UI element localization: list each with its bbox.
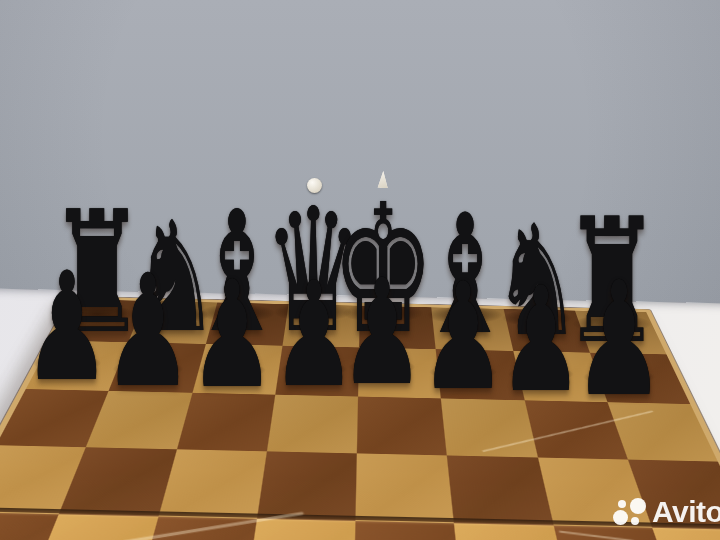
piece-black-pawn-g7: ♟ (499, 267, 584, 412)
piece-black-pawn-e7: ♟ (339, 259, 424, 405)
listing-photo: ♜♞♝♛♚♝♞♜♟♟♟♟♟♟♟♟ Avito (0, 0, 720, 540)
pieces-layer: ♜♞♝♛♚♝♞♜♟♟♟♟♟♟♟♟ (0, 0, 720, 540)
piece-black-pawn-b7: ♟ (103, 254, 193, 409)
piece-black-pawn-h7: ♟ (573, 260, 665, 418)
queen-finial (307, 178, 322, 193)
piece-black-pawn-c7: ♟ (189, 261, 275, 409)
piece-black-pawn-f7: ♟ (420, 263, 506, 411)
piece-black-pawn-a7: ♟ (23, 252, 110, 402)
